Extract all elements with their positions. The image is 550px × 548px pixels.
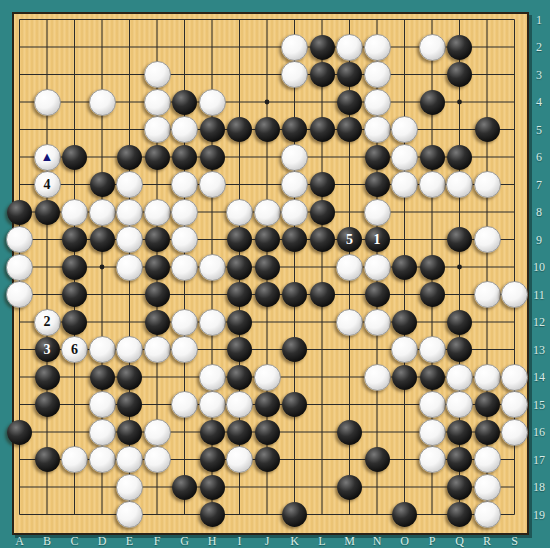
intersection-N1[interactable] [363, 6, 391, 34]
intersection-K19[interactable] [281, 501, 309, 529]
intersection-P18[interactable] [418, 473, 446, 501]
intersection-S4[interactable] [501, 88, 529, 116]
intersection-F1[interactable] [143, 6, 171, 34]
intersection-R18[interactable] [473, 473, 501, 501]
intersection-O4[interactable] [391, 88, 419, 116]
intersection-M3[interactable] [336, 61, 364, 89]
intersection-S11[interactable] [501, 281, 529, 309]
intersection-J2[interactable] [253, 33, 281, 61]
intersection-M16[interactable] [336, 418, 364, 446]
intersection-N14[interactable] [363, 363, 391, 391]
intersection-P16[interactable] [418, 418, 446, 446]
intersection-N17[interactable] [363, 446, 391, 474]
intersection-S10[interactable] [501, 253, 529, 281]
intersection-E18[interactable] [116, 473, 144, 501]
intersection-O1[interactable] [391, 6, 419, 34]
intersection-K6[interactable] [281, 143, 309, 171]
intersection-L3[interactable] [308, 61, 336, 89]
intersection-D18[interactable] [88, 473, 116, 501]
intersection-O9[interactable] [391, 226, 419, 254]
intersection-C6[interactable] [61, 143, 89, 171]
intersection-P12[interactable] [418, 308, 446, 336]
intersection-Q2[interactable] [446, 33, 474, 61]
intersection-O5[interactable] [391, 116, 419, 144]
intersection-F7[interactable] [143, 171, 171, 199]
intersection-K13[interactable] [281, 336, 309, 364]
intersection-H17[interactable] [198, 446, 226, 474]
intersection-A4[interactable] [6, 88, 34, 116]
intersection-I13[interactable] [226, 336, 254, 364]
intersection-L17[interactable] [308, 446, 336, 474]
intersection-G8[interactable] [171, 198, 199, 226]
intersection-L4[interactable] [308, 88, 336, 116]
intersection-S9[interactable] [501, 226, 529, 254]
intersection-E2[interactable] [116, 33, 144, 61]
intersection-M9[interactable]: 5 [336, 226, 364, 254]
intersection-O11[interactable] [391, 281, 419, 309]
intersection-C1[interactable] [61, 6, 89, 34]
intersection-S14[interactable] [501, 363, 529, 391]
intersection-R14[interactable] [473, 363, 501, 391]
intersection-P10[interactable] [418, 253, 446, 281]
intersection-M4[interactable] [336, 88, 364, 116]
intersection-I15[interactable] [226, 391, 254, 419]
intersection-F8[interactable] [143, 198, 171, 226]
intersection-Q18[interactable] [446, 473, 474, 501]
intersection-S8[interactable] [501, 198, 529, 226]
intersection-N11[interactable] [363, 281, 391, 309]
intersection-A19[interactable] [6, 501, 34, 529]
intersection-C14[interactable] [61, 363, 89, 391]
intersection-P5[interactable] [418, 116, 446, 144]
intersection-O18[interactable] [391, 473, 419, 501]
intersection-Q19[interactable] [446, 501, 474, 529]
intersection-I1[interactable] [226, 6, 254, 34]
intersection-Q1[interactable] [446, 6, 474, 34]
intersection-N19[interactable] [363, 501, 391, 529]
intersection-K12[interactable] [281, 308, 309, 336]
intersection-O10[interactable] [391, 253, 419, 281]
intersection-K9[interactable] [281, 226, 309, 254]
intersection-D12[interactable] [88, 308, 116, 336]
intersection-R7[interactable] [473, 171, 501, 199]
intersection-R15[interactable] [473, 391, 501, 419]
intersection-B13[interactable]: 3 [33, 336, 61, 364]
intersection-O15[interactable] [391, 391, 419, 419]
intersection-I19[interactable] [226, 501, 254, 529]
intersection-E6[interactable] [116, 143, 144, 171]
intersection-O12[interactable] [391, 308, 419, 336]
intersection-I4[interactable] [226, 88, 254, 116]
intersection-B16[interactable] [33, 418, 61, 446]
intersection-R11[interactable] [473, 281, 501, 309]
intersection-M15[interactable] [336, 391, 364, 419]
intersection-C15[interactable] [61, 391, 89, 419]
intersection-E10[interactable] [116, 253, 144, 281]
intersection-A12[interactable] [6, 308, 34, 336]
intersection-P8[interactable] [418, 198, 446, 226]
intersection-G10[interactable] [171, 253, 199, 281]
intersection-L18[interactable] [308, 473, 336, 501]
intersection-S18[interactable] [501, 473, 529, 501]
intersection-B9[interactable] [33, 226, 61, 254]
intersection-H4[interactable] [198, 88, 226, 116]
intersection-S13[interactable] [501, 336, 529, 364]
intersection-J6[interactable] [253, 143, 281, 171]
intersection-A13[interactable] [6, 336, 34, 364]
intersection-N9[interactable]: 1 [363, 226, 391, 254]
intersection-J15[interactable] [253, 391, 281, 419]
intersection-F5[interactable] [143, 116, 171, 144]
intersection-G15[interactable] [171, 391, 199, 419]
intersection-D1[interactable] [88, 6, 116, 34]
intersection-N7[interactable] [363, 171, 391, 199]
intersection-S15[interactable] [501, 391, 529, 419]
intersection-P3[interactable] [418, 61, 446, 89]
intersection-A7[interactable] [6, 171, 34, 199]
intersection-E9[interactable] [116, 226, 144, 254]
intersection-B19[interactable] [33, 501, 61, 529]
intersection-G17[interactable] [171, 446, 199, 474]
intersection-C17[interactable] [61, 446, 89, 474]
intersection-Q3[interactable] [446, 61, 474, 89]
intersection-G7[interactable] [171, 171, 199, 199]
intersection-D3[interactable] [88, 61, 116, 89]
intersection-Q9[interactable] [446, 226, 474, 254]
intersection-M2[interactable] [336, 33, 364, 61]
intersection-Q17[interactable] [446, 446, 474, 474]
intersection-O2[interactable] [391, 33, 419, 61]
intersection-G5[interactable] [171, 116, 199, 144]
intersection-R2[interactable] [473, 33, 501, 61]
intersection-O6[interactable] [391, 143, 419, 171]
intersection-Q16[interactable] [446, 418, 474, 446]
intersection-S1[interactable] [501, 6, 529, 34]
intersection-I18[interactable] [226, 473, 254, 501]
intersection-N15[interactable] [363, 391, 391, 419]
intersection-R8[interactable] [473, 198, 501, 226]
intersection-L16[interactable] [308, 418, 336, 446]
intersection-P11[interactable] [418, 281, 446, 309]
intersection-F9[interactable] [143, 226, 171, 254]
intersection-J8[interactable] [253, 198, 281, 226]
intersection-C5[interactable] [61, 116, 89, 144]
intersection-K11[interactable] [281, 281, 309, 309]
intersection-R19[interactable] [473, 501, 501, 529]
intersection-M13[interactable] [336, 336, 364, 364]
intersection-H10[interactable] [198, 253, 226, 281]
intersection-O17[interactable] [391, 446, 419, 474]
intersection-S7[interactable] [501, 171, 529, 199]
intersection-J16[interactable] [253, 418, 281, 446]
intersection-F2[interactable] [143, 33, 171, 61]
intersection-G6[interactable] [171, 143, 199, 171]
intersection-G13[interactable] [171, 336, 199, 364]
intersection-A10[interactable] [6, 253, 34, 281]
intersection-G14[interactable] [171, 363, 199, 391]
intersection-H6[interactable] [198, 143, 226, 171]
intersection-M17[interactable] [336, 446, 364, 474]
intersection-A6[interactable] [6, 143, 34, 171]
intersection-Q7[interactable] [446, 171, 474, 199]
intersection-C2[interactable] [61, 33, 89, 61]
intersection-G1[interactable] [171, 6, 199, 34]
intersection-A9[interactable] [6, 226, 34, 254]
intersection-Q11[interactable] [446, 281, 474, 309]
intersection-S16[interactable] [501, 418, 529, 446]
intersection-H1[interactable] [198, 6, 226, 34]
intersection-F10[interactable] [143, 253, 171, 281]
intersection-H11[interactable] [198, 281, 226, 309]
intersection-D8[interactable] [88, 198, 116, 226]
intersection-P19[interactable] [418, 501, 446, 529]
intersection-B11[interactable] [33, 281, 61, 309]
intersection-R4[interactable] [473, 88, 501, 116]
intersection-G4[interactable] [171, 88, 199, 116]
intersection-O3[interactable] [391, 61, 419, 89]
intersection-H15[interactable] [198, 391, 226, 419]
intersection-G16[interactable] [171, 418, 199, 446]
intersection-F6[interactable] [143, 143, 171, 171]
intersection-F16[interactable] [143, 418, 171, 446]
intersection-P7[interactable] [418, 171, 446, 199]
intersection-I17[interactable] [226, 446, 254, 474]
intersection-H14[interactable] [198, 363, 226, 391]
intersection-G19[interactable] [171, 501, 199, 529]
intersection-B7[interactable]: 4 [33, 171, 61, 199]
intersection-P15[interactable] [418, 391, 446, 419]
intersection-B10[interactable] [33, 253, 61, 281]
intersection-Q4[interactable] [446, 88, 474, 116]
intersection-J14[interactable] [253, 363, 281, 391]
intersection-H2[interactable] [198, 33, 226, 61]
intersection-A3[interactable] [6, 61, 34, 89]
intersection-Q15[interactable] [446, 391, 474, 419]
intersection-E13[interactable] [116, 336, 144, 364]
intersection-D9[interactable] [88, 226, 116, 254]
intersection-F13[interactable] [143, 336, 171, 364]
intersection-J9[interactable] [253, 226, 281, 254]
intersection-C11[interactable] [61, 281, 89, 309]
intersection-M14[interactable] [336, 363, 364, 391]
intersection-C8[interactable] [61, 198, 89, 226]
intersection-D2[interactable] [88, 33, 116, 61]
intersection-S2[interactable] [501, 33, 529, 61]
intersection-C4[interactable] [61, 88, 89, 116]
intersection-O16[interactable] [391, 418, 419, 446]
intersection-D13[interactable] [88, 336, 116, 364]
intersection-D16[interactable] [88, 418, 116, 446]
intersection-E7[interactable] [116, 171, 144, 199]
intersection-Q14[interactable] [446, 363, 474, 391]
intersection-O13[interactable] [391, 336, 419, 364]
intersection-J3[interactable] [253, 61, 281, 89]
intersection-S5[interactable] [501, 116, 529, 144]
intersection-P9[interactable] [418, 226, 446, 254]
intersection-H5[interactable] [198, 116, 226, 144]
intersection-J4[interactable] [253, 88, 281, 116]
intersection-S19[interactable] [501, 501, 529, 529]
intersection-N2[interactable] [363, 33, 391, 61]
intersection-O8[interactable] [391, 198, 419, 226]
intersection-B4[interactable] [33, 88, 61, 116]
intersection-F15[interactable] [143, 391, 171, 419]
intersection-B6[interactable]: ▲ [33, 143, 61, 171]
intersection-G12[interactable] [171, 308, 199, 336]
intersection-R6[interactable] [473, 143, 501, 171]
intersection-Q13[interactable] [446, 336, 474, 364]
intersection-N18[interactable] [363, 473, 391, 501]
intersection-F4[interactable] [143, 88, 171, 116]
intersection-I8[interactable] [226, 198, 254, 226]
intersection-F19[interactable] [143, 501, 171, 529]
intersection-E1[interactable] [116, 6, 144, 34]
intersection-E12[interactable] [116, 308, 144, 336]
intersection-D4[interactable] [88, 88, 116, 116]
intersection-P13[interactable] [418, 336, 446, 364]
intersection-C12[interactable] [61, 308, 89, 336]
intersection-J12[interactable] [253, 308, 281, 336]
intersection-H13[interactable] [198, 336, 226, 364]
intersection-G9[interactable] [171, 226, 199, 254]
intersection-E19[interactable] [116, 501, 144, 529]
intersection-C18[interactable] [61, 473, 89, 501]
intersection-F12[interactable] [143, 308, 171, 336]
intersection-E17[interactable] [116, 446, 144, 474]
intersection-M8[interactable] [336, 198, 364, 226]
intersection-E14[interactable] [116, 363, 144, 391]
intersection-A2[interactable] [6, 33, 34, 61]
intersection-J10[interactable] [253, 253, 281, 281]
intersection-I7[interactable] [226, 171, 254, 199]
intersection-I12[interactable] [226, 308, 254, 336]
intersection-J5[interactable] [253, 116, 281, 144]
intersection-S6[interactable] [501, 143, 529, 171]
intersection-L11[interactable] [308, 281, 336, 309]
intersection-N16[interactable] [363, 418, 391, 446]
intersection-N4[interactable] [363, 88, 391, 116]
intersection-R16[interactable] [473, 418, 501, 446]
intersection-I16[interactable] [226, 418, 254, 446]
intersection-K15[interactable] [281, 391, 309, 419]
intersection-L13[interactable] [308, 336, 336, 364]
intersection-E11[interactable] [116, 281, 144, 309]
intersection-K1[interactable] [281, 6, 309, 34]
intersection-A1[interactable] [6, 6, 34, 34]
intersection-P1[interactable] [418, 6, 446, 34]
intersection-K17[interactable] [281, 446, 309, 474]
intersection-M1[interactable] [336, 6, 364, 34]
intersection-Q5[interactable] [446, 116, 474, 144]
intersection-I11[interactable] [226, 281, 254, 309]
intersection-G3[interactable] [171, 61, 199, 89]
intersection-J17[interactable] [253, 446, 281, 474]
intersection-Q6[interactable] [446, 143, 474, 171]
intersection-K14[interactable] [281, 363, 309, 391]
intersection-N5[interactable] [363, 116, 391, 144]
intersection-B17[interactable] [33, 446, 61, 474]
intersection-L14[interactable] [308, 363, 336, 391]
intersection-M5[interactable] [336, 116, 364, 144]
intersection-A18[interactable] [6, 473, 34, 501]
intersection-F3[interactable] [143, 61, 171, 89]
intersection-B15[interactable] [33, 391, 61, 419]
intersection-B8[interactable] [33, 198, 61, 226]
intersection-C16[interactable] [61, 418, 89, 446]
intersection-I14[interactable] [226, 363, 254, 391]
intersection-G2[interactable] [171, 33, 199, 61]
intersection-J13[interactable] [253, 336, 281, 364]
intersection-D5[interactable] [88, 116, 116, 144]
intersection-L9[interactable] [308, 226, 336, 254]
intersection-I10[interactable] [226, 253, 254, 281]
intersection-I5[interactable] [226, 116, 254, 144]
intersection-Q12[interactable] [446, 308, 474, 336]
intersection-L8[interactable] [308, 198, 336, 226]
intersection-D17[interactable] [88, 446, 116, 474]
intersection-M10[interactable] [336, 253, 364, 281]
intersection-B14[interactable] [33, 363, 61, 391]
intersection-M12[interactable] [336, 308, 364, 336]
intersection-S3[interactable] [501, 61, 529, 89]
intersection-N3[interactable] [363, 61, 391, 89]
intersection-B2[interactable] [33, 33, 61, 61]
intersection-F17[interactable] [143, 446, 171, 474]
intersection-M7[interactable] [336, 171, 364, 199]
intersection-L10[interactable] [308, 253, 336, 281]
intersection-H7[interactable] [198, 171, 226, 199]
intersection-A11[interactable] [6, 281, 34, 309]
intersection-H19[interactable] [198, 501, 226, 529]
intersection-L5[interactable] [308, 116, 336, 144]
intersection-D6[interactable] [88, 143, 116, 171]
intersection-H3[interactable] [198, 61, 226, 89]
intersection-H12[interactable] [198, 308, 226, 336]
intersection-P2[interactable] [418, 33, 446, 61]
intersection-J11[interactable] [253, 281, 281, 309]
intersection-R12[interactable] [473, 308, 501, 336]
intersection-H16[interactable] [198, 418, 226, 446]
intersection-I3[interactable] [226, 61, 254, 89]
intersection-K18[interactable] [281, 473, 309, 501]
intersection-F14[interactable] [143, 363, 171, 391]
intersection-O7[interactable] [391, 171, 419, 199]
intersection-C3[interactable] [61, 61, 89, 89]
intersection-K4[interactable] [281, 88, 309, 116]
intersection-I9[interactable] [226, 226, 254, 254]
intersection-L7[interactable] [308, 171, 336, 199]
intersection-L2[interactable] [308, 33, 336, 61]
intersection-N10[interactable] [363, 253, 391, 281]
intersection-K16[interactable] [281, 418, 309, 446]
intersection-N8[interactable] [363, 198, 391, 226]
intersection-E3[interactable] [116, 61, 144, 89]
intersection-L15[interactable] [308, 391, 336, 419]
intersection-G18[interactable] [171, 473, 199, 501]
intersection-J18[interactable] [253, 473, 281, 501]
intersection-I2[interactable] [226, 33, 254, 61]
intersection-E16[interactable] [116, 418, 144, 446]
intersection-H18[interactable] [198, 473, 226, 501]
intersection-S12[interactable] [501, 308, 529, 336]
intersection-J19[interactable] [253, 501, 281, 529]
intersection-Q10[interactable] [446, 253, 474, 281]
intersection-K10[interactable] [281, 253, 309, 281]
intersection-J7[interactable] [253, 171, 281, 199]
intersection-E4[interactable] [116, 88, 144, 116]
intersection-K5[interactable] [281, 116, 309, 144]
intersection-K7[interactable] [281, 171, 309, 199]
